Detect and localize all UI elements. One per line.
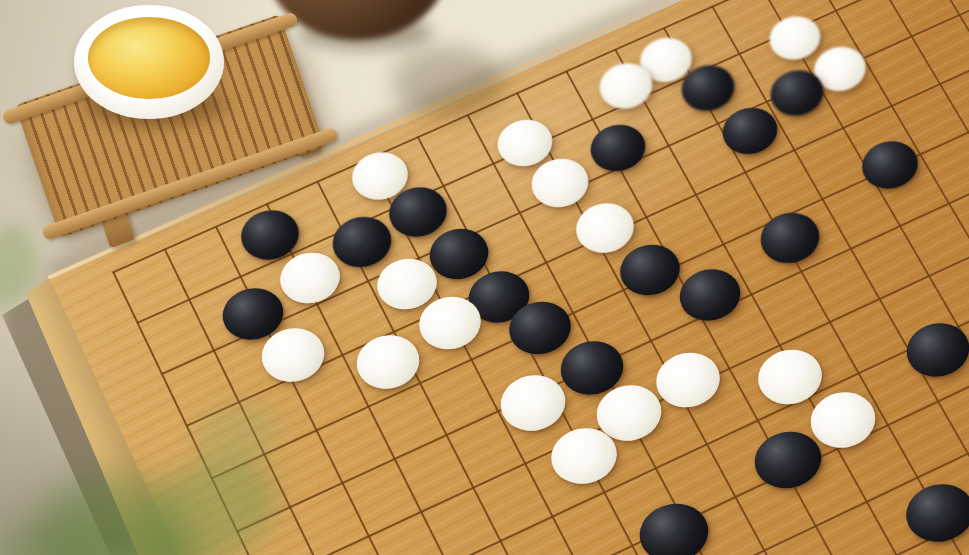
black-stone	[718, 103, 781, 159]
black-stone	[858, 136, 923, 194]
scene	[0, 0, 969, 555]
tea-surface	[88, 17, 210, 99]
white-stone	[651, 347, 725, 413]
white-stone	[495, 369, 570, 436]
white-stone	[275, 247, 344, 308]
black-stone	[901, 478, 969, 548]
black-stone	[634, 497, 714, 555]
black-stone	[237, 205, 304, 265]
black-stone	[328, 211, 396, 272]
black-stone	[902, 318, 969, 383]
black-stone	[586, 120, 649, 176]
black-stone	[756, 207, 824, 268]
white-stone	[352, 330, 425, 395]
black-stone	[675, 264, 745, 327]
black-stone	[615, 239, 684, 300]
white-stone	[766, 12, 825, 65]
white-stone	[572, 198, 639, 258]
white-stone	[753, 344, 827, 410]
